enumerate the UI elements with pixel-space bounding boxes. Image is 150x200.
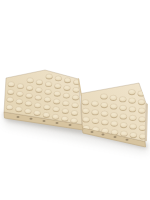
underside-mark bbox=[43, 120, 46, 122]
stud bbox=[101, 120, 108, 126]
stud bbox=[129, 107, 136, 113]
stud bbox=[100, 94, 107, 100]
stud bbox=[92, 110, 99, 116]
stud bbox=[111, 121, 118, 127]
stud bbox=[25, 109, 32, 114]
stud bbox=[34, 103, 41, 108]
stud bbox=[138, 108, 145, 114]
stud bbox=[120, 105, 127, 111]
stud bbox=[44, 97, 51, 102]
stud bbox=[130, 132, 137, 138]
stud bbox=[17, 84, 24, 89]
stud bbox=[130, 124, 137, 130]
stud bbox=[27, 78, 34, 83]
stud bbox=[129, 98, 136, 104]
stud bbox=[26, 93, 33, 98]
stud bbox=[72, 103, 79, 108]
underside-mark bbox=[114, 136, 117, 138]
stud bbox=[35, 95, 42, 100]
underside-mark bbox=[17, 116, 20, 118]
stud bbox=[101, 111, 108, 117]
stud bbox=[73, 87, 80, 92]
stud bbox=[54, 84, 61, 89]
stud bbox=[15, 107, 22, 112]
stud bbox=[72, 95, 79, 100]
stud bbox=[61, 116, 68, 121]
stud bbox=[7, 97, 14, 102]
stud bbox=[6, 105, 13, 110]
stud bbox=[36, 88, 43, 93]
underside-mark bbox=[126, 139, 129, 141]
stud bbox=[63, 93, 70, 98]
stud bbox=[7, 90, 14, 95]
stud bbox=[129, 115, 136, 121]
stud bbox=[64, 86, 71, 91]
stud bbox=[46, 74, 53, 79]
product-photo bbox=[0, 0, 150, 200]
stud bbox=[120, 131, 127, 137]
underside-mark bbox=[69, 124, 72, 126]
stud bbox=[138, 99, 145, 105]
stud bbox=[52, 114, 59, 119]
stud bbox=[139, 125, 146, 131]
stud bbox=[110, 104, 117, 110]
stud bbox=[91, 101, 98, 107]
stud bbox=[16, 99, 23, 104]
stud bbox=[53, 107, 60, 112]
stud bbox=[120, 114, 127, 120]
stud bbox=[139, 117, 146, 123]
stud bbox=[26, 86, 33, 91]
stud bbox=[53, 99, 60, 104]
stud bbox=[43, 113, 50, 118]
stud bbox=[64, 78, 71, 83]
stud bbox=[36, 80, 43, 85]
stud bbox=[110, 112, 117, 118]
stud bbox=[55, 76, 62, 81]
stud bbox=[45, 82, 52, 87]
stud bbox=[71, 118, 78, 123]
stud bbox=[45, 89, 52, 94]
stud bbox=[110, 95, 117, 101]
underside-mark bbox=[30, 118, 33, 120]
stud bbox=[120, 122, 127, 128]
stud bbox=[63, 101, 70, 106]
underside-mark bbox=[91, 131, 94, 133]
stud bbox=[83, 117, 90, 123]
stud bbox=[34, 111, 41, 116]
stud bbox=[62, 109, 69, 114]
stud bbox=[71, 111, 78, 116]
stud bbox=[82, 100, 89, 106]
underside-mark bbox=[56, 122, 59, 124]
stud bbox=[25, 101, 32, 106]
stud bbox=[92, 118, 99, 124]
underside-mark bbox=[102, 133, 105, 135]
photo-canvas bbox=[0, 0, 150, 200]
stud bbox=[128, 89, 135, 95]
stud bbox=[44, 105, 51, 110]
stud bbox=[54, 91, 61, 96]
stud bbox=[101, 102, 108, 108]
stud bbox=[8, 82, 15, 87]
stud bbox=[17, 91, 24, 96]
stud bbox=[119, 97, 126, 103]
stud bbox=[82, 108, 89, 114]
